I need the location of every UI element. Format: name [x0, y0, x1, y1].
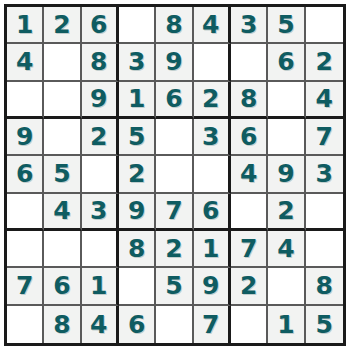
cell-r9c3[interactable]: 4 — [82, 306, 119, 343]
cell-r3c3[interactable]: 9 — [82, 82, 119, 119]
cell-r6c6[interactable]: 6 — [194, 194, 231, 231]
cell-r2c2[interactable] — [44, 44, 81, 81]
cell-r1c6[interactable]: 4 — [194, 7, 231, 44]
cell-r2c7[interactable] — [231, 44, 268, 81]
cell-r3c6[interactable]: 2 — [194, 82, 231, 119]
cell-r3c8[interactable] — [268, 82, 305, 119]
cell-r2c4[interactable]: 3 — [119, 44, 156, 81]
cell-r9c7[interactable] — [231, 306, 268, 343]
cell-r6c4[interactable]: 9 — [119, 194, 156, 231]
cell-r8c6[interactable]: 9 — [194, 268, 231, 305]
cell-r7c9[interactable] — [306, 231, 343, 268]
cell-r1c4[interactable] — [119, 7, 156, 44]
cell-r9c9[interactable]: 5 — [306, 306, 343, 343]
cell-r8c2[interactable]: 6 — [44, 268, 81, 305]
cell-r3c9[interactable]: 4 — [306, 82, 343, 119]
cell-r3c7[interactable]: 8 — [231, 82, 268, 119]
cell-r6c3[interactable]: 3 — [82, 194, 119, 231]
cell-r6c8[interactable]: 2 — [268, 194, 305, 231]
cell-r9c8[interactable]: 1 — [268, 306, 305, 343]
cell-r1c9[interactable] — [306, 7, 343, 44]
cell-r7c6[interactable]: 1 — [194, 231, 231, 268]
cell-r3c4[interactable]: 1 — [119, 82, 156, 119]
cell-r8c1[interactable]: 7 — [7, 268, 44, 305]
cell-r6c1[interactable] — [7, 194, 44, 231]
cell-r2c8[interactable]: 6 — [268, 44, 305, 81]
cell-r5c7[interactable]: 4 — [231, 156, 268, 193]
cell-r3c2[interactable] — [44, 82, 81, 119]
cell-r7c8[interactable]: 4 — [268, 231, 305, 268]
cell-r1c8[interactable]: 5 — [268, 7, 305, 44]
cell-r7c2[interactable] — [44, 231, 81, 268]
cell-r8c3[interactable]: 1 — [82, 268, 119, 305]
cell-r6c5[interactable]: 7 — [156, 194, 193, 231]
cell-r2c9[interactable]: 2 — [306, 44, 343, 81]
cell-r1c2[interactable]: 2 — [44, 7, 81, 44]
cell-r8c5[interactable]: 5 — [156, 268, 193, 305]
cell-r8c8[interactable] — [268, 268, 305, 305]
cell-r2c6[interactable] — [194, 44, 231, 81]
cell-r7c5[interactable]: 2 — [156, 231, 193, 268]
cell-r4c5[interactable] — [156, 119, 193, 156]
cell-r4c4[interactable]: 5 — [119, 119, 156, 156]
cell-r4c8[interactable] — [268, 119, 305, 156]
cell-r6c7[interactable] — [231, 194, 268, 231]
cell-r5c9[interactable]: 3 — [306, 156, 343, 193]
cell-r5c3[interactable] — [82, 156, 119, 193]
cell-r9c1[interactable] — [7, 306, 44, 343]
cell-r5c6[interactable] — [194, 156, 231, 193]
cell-r4c3[interactable]: 2 — [82, 119, 119, 156]
sudoku-board: 1268435483962916284925367652493439762821… — [4, 4, 346, 346]
cell-r5c4[interactable]: 2 — [119, 156, 156, 193]
cell-r3c1[interactable] — [7, 82, 44, 119]
cell-r3c5[interactable]: 6 — [156, 82, 193, 119]
cell-r4c7[interactable]: 6 — [231, 119, 268, 156]
cell-r5c1[interactable]: 6 — [7, 156, 44, 193]
cell-r8c7[interactable]: 2 — [231, 268, 268, 305]
cell-r6c9[interactable] — [306, 194, 343, 231]
cell-r9c4[interactable]: 6 — [119, 306, 156, 343]
cell-r8c4[interactable] — [119, 268, 156, 305]
cell-r9c2[interactable]: 8 — [44, 306, 81, 343]
cell-r7c4[interactable]: 8 — [119, 231, 156, 268]
cell-r4c9[interactable]: 7 — [306, 119, 343, 156]
cell-r5c8[interactable]: 9 — [268, 156, 305, 193]
cell-r4c6[interactable]: 3 — [194, 119, 231, 156]
cell-r7c7[interactable]: 7 — [231, 231, 268, 268]
cell-r2c3[interactable]: 8 — [82, 44, 119, 81]
cell-r5c2[interactable]: 5 — [44, 156, 81, 193]
cell-r8c9[interactable]: 8 — [306, 268, 343, 305]
cell-r1c5[interactable]: 8 — [156, 7, 193, 44]
cell-r5c5[interactable] — [156, 156, 193, 193]
cell-r7c3[interactable] — [82, 231, 119, 268]
cell-r9c5[interactable] — [156, 306, 193, 343]
cell-r2c1[interactable]: 4 — [7, 44, 44, 81]
cell-r9c6[interactable]: 7 — [194, 306, 231, 343]
cell-r2c5[interactable]: 9 — [156, 44, 193, 81]
cell-r4c2[interactable] — [44, 119, 81, 156]
cell-r1c1[interactable]: 1 — [7, 7, 44, 44]
cell-r1c3[interactable]: 6 — [82, 7, 119, 44]
cell-r1c7[interactable]: 3 — [231, 7, 268, 44]
cell-r4c1[interactable]: 9 — [7, 119, 44, 156]
cell-r7c1[interactable] — [7, 231, 44, 268]
cell-r6c2[interactable]: 4 — [44, 194, 81, 231]
